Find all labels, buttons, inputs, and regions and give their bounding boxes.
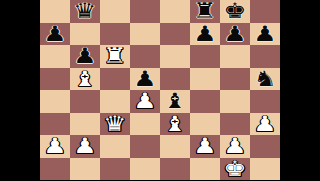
square-h6 — [250, 45, 280, 68]
square-h4 — [250, 90, 280, 113]
piece-white-queen: ♛ — [103, 115, 126, 133]
square-g6 — [220, 45, 250, 68]
piece-black-pawn: ♟ — [223, 25, 246, 43]
piece-white-pawn: ♟ — [223, 137, 246, 155]
square-e3: ♝ — [160, 113, 190, 136]
square-a2: ♟ — [40, 135, 70, 158]
piece-black-knight: ♞ — [253, 70, 276, 88]
square-g7: ♟ — [220, 23, 250, 46]
piece-white-bishop: ♝ — [163, 115, 186, 133]
square-a5 — [40, 68, 70, 91]
square-b5: ♝ — [70, 68, 100, 91]
square-b1 — [70, 158, 100, 181]
square-a8 — [40, 0, 70, 23]
square-h3: ♟ — [250, 113, 280, 136]
square-c8 — [100, 0, 130, 23]
piece-black-pawn: ♟ — [193, 25, 216, 43]
square-e5 — [160, 68, 190, 91]
square-d3 — [130, 113, 160, 136]
square-e1 — [160, 158, 190, 181]
square-h1 — [250, 158, 280, 181]
square-e4: ♝ — [160, 90, 190, 113]
square-g8: ♚ — [220, 0, 250, 23]
piece-white-rook: ♜ — [103, 47, 126, 65]
square-f4 — [190, 90, 220, 113]
square-b7 — [70, 23, 100, 46]
square-d5: ♟ — [130, 68, 160, 91]
square-c2 — [100, 135, 130, 158]
square-d2 — [130, 135, 160, 158]
square-g3 — [220, 113, 250, 136]
piece-white-pawn: ♟ — [73, 137, 96, 155]
square-h2 — [250, 135, 280, 158]
chess-board: ♛♜♚♟♟♟♟♟♜♝♟♞♟♝♛♝♟♟♟♟♟♚ — [40, 0, 280, 180]
piece-white-pawn: ♟ — [253, 115, 276, 133]
piece-black-pawn: ♟ — [43, 25, 66, 43]
video-thumbnail-screenshot: ♛♜♚♟♟♟♟♟♜♝♟♞♟♝♛♝♟♟♟♟♟♚ — [0, 0, 320, 180]
square-a3 — [40, 113, 70, 136]
square-e7 — [160, 23, 190, 46]
square-h5: ♞ — [250, 68, 280, 91]
piece-black-king: ♚ — [223, 2, 246, 20]
square-g4 — [220, 90, 250, 113]
square-b4 — [70, 90, 100, 113]
square-f7: ♟ — [190, 23, 220, 46]
piece-white-pawn: ♟ — [133, 92, 156, 110]
square-f5 — [190, 68, 220, 91]
piece-white-pawn: ♟ — [193, 137, 216, 155]
square-a1 — [40, 158, 70, 181]
square-e6 — [160, 45, 190, 68]
square-d7 — [130, 23, 160, 46]
square-b8: ♛ — [70, 0, 100, 23]
square-f1 — [190, 158, 220, 181]
square-c6: ♜ — [100, 45, 130, 68]
piece-white-bishop: ♝ — [73, 70, 96, 88]
square-g2: ♟ — [220, 135, 250, 158]
square-f8: ♜ — [190, 0, 220, 23]
square-h8 — [250, 0, 280, 23]
piece-black-pawn: ♟ — [133, 70, 156, 88]
square-g1: ♚ — [220, 158, 250, 181]
piece-black-pawn: ♟ — [253, 25, 276, 43]
square-h7: ♟ — [250, 23, 280, 46]
square-c4 — [100, 90, 130, 113]
piece-black-rook: ♜ — [193, 2, 216, 20]
square-b3 — [70, 113, 100, 136]
letterbox-left — [0, 0, 40, 180]
piece-black-queen: ♛ — [73, 2, 96, 20]
piece-white-pawn: ♟ — [43, 137, 66, 155]
square-f6 — [190, 45, 220, 68]
square-d6 — [130, 45, 160, 68]
square-d1 — [130, 158, 160, 181]
square-d8 — [130, 0, 160, 23]
square-c7 — [100, 23, 130, 46]
letterbox-right — [280, 0, 320, 180]
piece-black-bishop: ♝ — [163, 92, 186, 110]
square-a4 — [40, 90, 70, 113]
square-b2: ♟ — [70, 135, 100, 158]
square-a6 — [40, 45, 70, 68]
square-c5 — [100, 68, 130, 91]
piece-white-king: ♚ — [223, 160, 246, 178]
square-g5 — [220, 68, 250, 91]
square-a7: ♟ — [40, 23, 70, 46]
square-e8 — [160, 0, 190, 23]
square-c3: ♛ — [100, 113, 130, 136]
square-c1 — [100, 158, 130, 181]
square-f3 — [190, 113, 220, 136]
square-b6: ♟ — [70, 45, 100, 68]
piece-black-pawn: ♟ — [73, 47, 96, 65]
square-f2: ♟ — [190, 135, 220, 158]
square-e2 — [160, 135, 190, 158]
square-d4: ♟ — [130, 90, 160, 113]
